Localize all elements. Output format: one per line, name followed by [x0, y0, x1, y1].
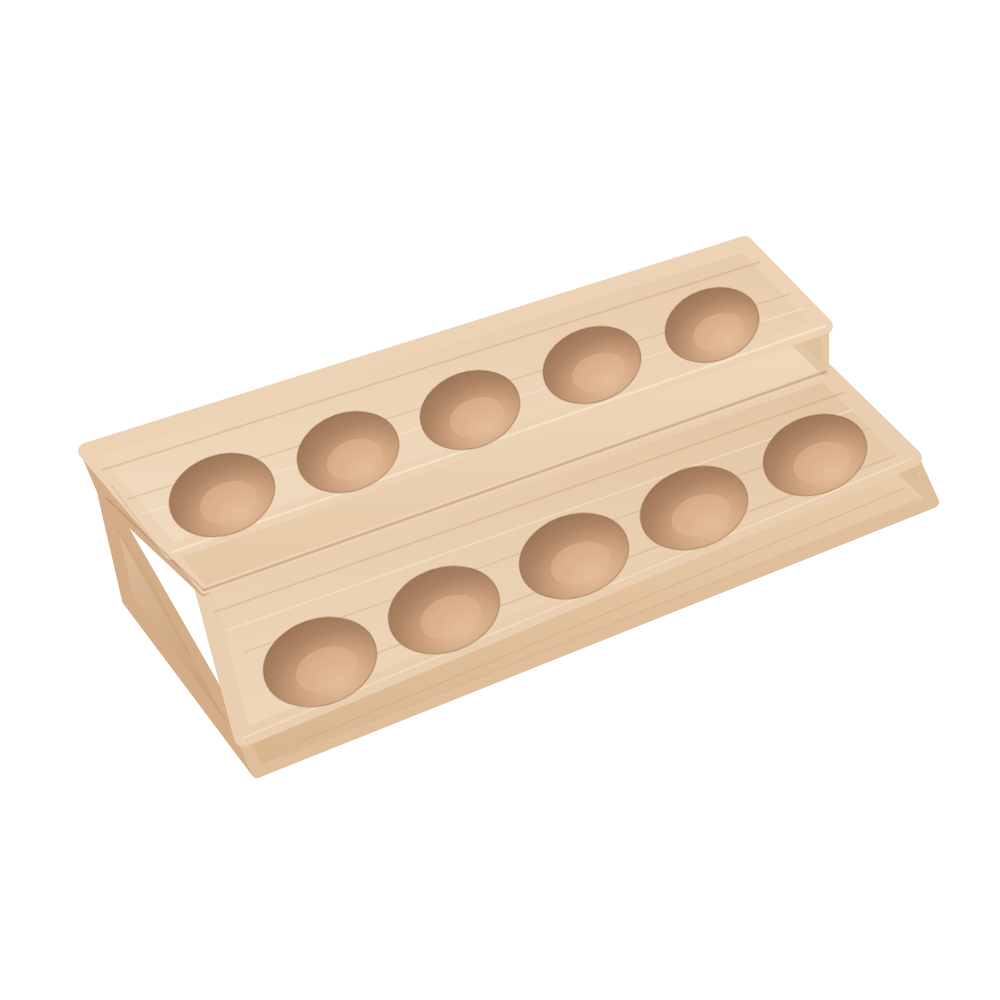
product-photo-stage: [0, 0, 1000, 1000]
mancala-board: [0, 0, 1000, 1000]
